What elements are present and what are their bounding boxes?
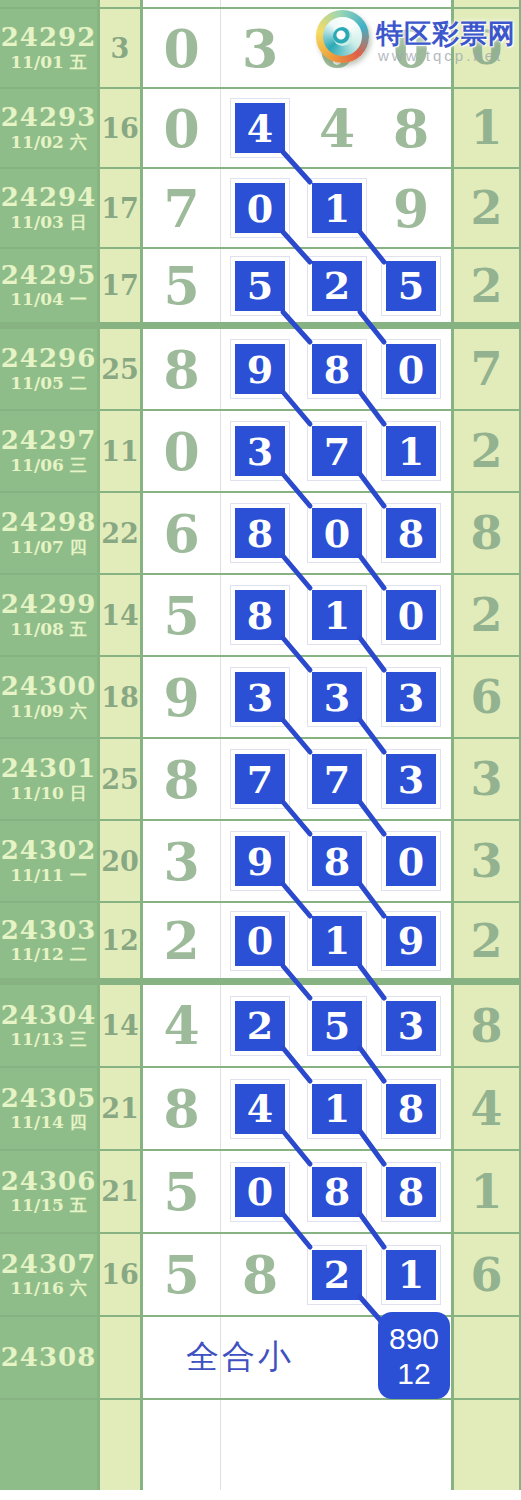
digit-2: 5 [230,249,290,322]
digit-4: 5 [381,249,441,322]
draw-row-24297: 2429711/06 三1103712 [0,411,521,493]
period-cell: 2430511/14 四 [0,1068,100,1149]
period-cell: 2429511/04 一 [0,249,100,322]
digit-2: 8 [230,575,290,655]
digit-4: 1 [381,1234,441,1315]
prediction-label: 全合小 [175,1317,305,1398]
sum-value: 3 [111,33,130,64]
sum-value: 16 [101,1259,139,1290]
period-number: 24305 [1,1085,96,1112]
empty-row [0,1400,521,1490]
sum-cell: 21 [100,1068,143,1149]
period-cell: 2430111/10 日 [0,739,100,819]
highlighted-digit: 0 [382,832,440,890]
digit-1: 8 [163,1078,199,1139]
highlighted-digit: 5 [382,257,440,315]
highlighted-digit: 2 [308,257,366,315]
draw-date: 11/04 一 [10,291,86,309]
sum-cell [100,1317,143,1398]
digit-3: 4 [307,89,367,167]
draw-row-24298: 2429811/07 四2268088 [0,493,521,575]
digit-cell-1: 3 [143,821,221,901]
edge-cell [100,0,143,7]
digit-1: 2 [163,910,199,971]
digit-2: 3 [230,9,290,87]
period-cell: 2430311/12 二 [0,903,100,978]
digit-4: 0 [381,575,441,655]
highlighted-digit: 0 [308,504,366,562]
digit-1: 0 [163,98,199,159]
draw-row-24303: 2430311/12 二1220192 [0,903,521,985]
draw-row-24293: 2429311/02 六1604481 [0,89,521,169]
period-cell: 2430611/15 五 [0,1151,100,1232]
right-digit-cell: 2 [454,249,521,322]
right-digit-cell: 8 [454,493,521,573]
digit-cell-1: 2 [143,903,221,978]
highlighted-digit: 3 [382,997,440,1055]
sum-cell: 22 [100,493,143,573]
highlighted-digit: 8 [231,504,289,562]
sum-value: 16 [101,113,139,144]
digit-cell-1: 5 [143,1234,221,1315]
period-number: 24294 [1,184,96,211]
period-number: 24293 [1,104,96,131]
highlighted-digit: 2 [308,1246,366,1304]
period-cell: 2430411/13 三 [0,985,100,1066]
draw-date: 11/03 日 [10,214,86,232]
period-cell: 24308 [0,1317,100,1398]
right-digit-cell: 2 [454,411,521,491]
highlighted-digit: 1 [382,1246,440,1304]
digits-area: 980 [221,329,454,409]
draw-date: 11/08 五 [10,621,86,639]
period-cell: 2429311/02 六 [0,89,100,167]
right-digit-cell: 4 [454,1068,521,1149]
digit-3: 3 [307,657,367,737]
digit-4: 3 [381,657,441,737]
digit-cell-1: 5 [143,249,221,322]
digits-area: 448 [221,89,454,167]
digit-cell-1: 5 [143,1151,221,1232]
draw-row-24304: 2430411/13 三1442538 [0,985,521,1068]
period-number: 24302 [1,837,96,864]
digit-3: 2 [307,249,367,322]
empty-cell [143,1400,221,1490]
right-column-digit: 1 [470,101,502,155]
prediction-box: 89012 [378,1312,450,1399]
draw-date: 11/14 四 [10,1114,86,1132]
digit-1: 4 [163,995,199,1056]
digit-2: 4 [230,1068,290,1149]
sum-value: 21 [101,1093,139,1124]
right-digit-cell: 2 [454,575,521,655]
logo-swirl-icon [316,10,369,63]
digit-2: 8 [230,1234,290,1315]
draw-row-24307: 2430711/16 六1658216 [0,1234,521,1317]
highlighted-digit: 8 [308,340,366,398]
empty-cell [100,1400,143,1490]
draw-row-24300: 2430011/09 六1893336 [0,657,521,739]
sum-value: 12 [101,925,139,956]
empty-cell [221,1400,454,1490]
site-url-watermark: www.tqcp.net [378,47,503,64]
digit-1: 5 [163,1161,199,1222]
digit-1: 3 [163,831,199,892]
draw-date: 11/16 六 [10,1280,86,1298]
right-digit-cell: 6 [454,657,521,737]
period-number: 24308 [1,1344,96,1371]
period-cell: 2430211/11 一 [0,821,100,901]
digit-2: 2 [230,985,290,1066]
highlighted-digit: 1 [308,179,366,237]
sum-cell: 20 [100,821,143,901]
sum-cell: 16 [100,1234,143,1315]
right-column-digit: 2 [470,181,502,235]
sum-cell: 25 [100,329,143,409]
period-number: 24307 [1,1251,96,1278]
digit-cell-1: 0 [143,411,221,491]
highlighted-digit: 9 [231,340,289,398]
draw-row-24296: 2429611/05 二2589807 [0,329,521,411]
digit-3: 7 [307,411,367,491]
highlighted-digit: 0 [231,179,289,237]
digit-4: 9 [381,169,441,247]
highlighted-digit: 7 [231,750,289,808]
digit-1: 8 [163,339,199,400]
highlighted-digit: 8 [382,1163,440,1221]
highlighted-digit: 5 [231,257,289,315]
highlighted-digit: 0 [231,912,289,970]
period-number: 24301 [1,755,96,782]
period-cell: 2430711/16 六 [0,1234,100,1315]
sum-value: 18 [101,682,139,713]
digits-area: 821 [221,1234,454,1315]
digit-3: 8 [307,1151,367,1232]
digit-3: 7 [307,739,367,819]
period-cell: 2429911/08 五 [0,575,100,655]
highlighted-digit: 4 [231,99,289,157]
empty-cell [454,1400,521,1490]
digit-4: 8 [381,493,441,573]
sum-cell: 21 [100,1151,143,1232]
digit-cell-1: 7 [143,169,221,247]
highlighted-digit: 9 [382,912,440,970]
digits-area: 525 [221,249,454,322]
right-column-digit: 3 [470,752,502,806]
digits-area: 019 [221,169,454,247]
digit-3: 1 [307,169,367,247]
digits-area: 418 [221,1068,454,1149]
right-digit-cell: 6 [454,1234,521,1315]
sum-cell: 12 [100,903,143,978]
digit-1: 8 [163,749,199,810]
highlighted-digit: 3 [382,668,440,726]
sum-value: 25 [101,764,139,795]
sum-value: 14 [101,600,139,631]
highlighted-digit: 1 [308,1080,366,1138]
highlighted-digit: 8 [308,832,366,890]
digit-2: 8 [230,493,290,573]
digits-area: 253 [221,985,454,1066]
highlighted-digit: 3 [231,422,289,480]
digit-4: 3 [381,739,441,819]
right-column-digit: 7 [470,342,502,396]
highlighted-digit: 4 [231,1080,289,1138]
digit-cell-1: 4 [143,985,221,1066]
lottery-trend-chart: 2429211/01 五3030002429311/02 六1604481242… [0,0,521,1500]
highlighted-digit: 7 [308,750,366,808]
digit-3: 8 [307,329,367,409]
digit-4: 0 [381,821,441,901]
right-digit-cell: 2 [454,169,521,247]
highlighted-digit: 8 [231,586,289,644]
period-number: 24296 [1,345,96,372]
digits-area: 088 [221,1151,454,1232]
digit-4: 3 [381,985,441,1066]
digit-3: 1 [307,1068,367,1149]
highlighted-digit: 3 [382,750,440,808]
highlighted-digit: 7 [308,422,366,480]
highlighted-digit: 0 [382,340,440,398]
highlighted-digit: 8 [382,504,440,562]
period-number: 24295 [1,262,96,289]
right-column-digit: 8 [470,506,502,560]
right-digit-cell: 1 [454,89,521,167]
period-cell: 2429211/01 五 [0,9,100,87]
digit-3: 2 [307,1234,367,1315]
edge-cell [143,0,221,7]
right-column-digit: 2 [470,259,502,313]
edge-cell [0,0,100,7]
right-column-digit: 6 [470,670,502,724]
digit-3: 8 [307,821,367,901]
digits-area: 371 [221,411,454,491]
digit-3: 1 [307,575,367,655]
highlighted-digit: 0 [382,586,440,644]
period-number: 24306 [1,1168,96,1195]
sum-cell: 14 [100,575,143,655]
period-number: 24292 [1,24,96,51]
digit-3: 1 [307,903,367,978]
draw-row-24294: 2429411/03 日1770192 [0,169,521,249]
draw-row-24301: 2430111/10 日2587733 [0,739,521,821]
sum-cell: 17 [100,249,143,322]
draw-date: 11/15 五 [10,1197,86,1215]
plain-digit: 3 [242,18,278,79]
sum-cell: 3 [100,9,143,87]
digit-3: 0 [307,493,367,573]
right-digit-cell: 3 [454,739,521,819]
right-column-digit: 2 [470,914,502,968]
sum-cell: 14 [100,985,143,1066]
digit-2: 3 [230,657,290,737]
digit-1: 0 [163,421,199,482]
right-column-digit: 6 [470,1248,502,1302]
sum-value: 17 [101,193,139,224]
highlighted-digit: 1 [382,422,440,480]
period-number: 24299 [1,591,96,618]
right-digit-cell: 3 [454,821,521,901]
digits-area: 773 [221,739,454,819]
period-cell: 2430011/09 六 [0,657,100,737]
digit-3: 5 [307,985,367,1066]
digit-2: 0 [230,903,290,978]
highlighted-digit: 3 [231,668,289,726]
sum-value: 21 [101,1176,139,1207]
digit-cell-1: 0 [143,89,221,167]
digit-4: 0 [381,329,441,409]
right-digit-cell: 8 [454,985,521,1066]
right-column-digit: 8 [470,999,502,1053]
sum-value: 25 [101,354,139,385]
digit-2: 7 [230,739,290,819]
draw-date: 11/12 二 [10,946,86,964]
digit-4: 8 [381,1151,441,1232]
digit-2: 9 [230,821,290,901]
plain-digit: 9 [393,178,429,239]
sum-cell: 25 [100,739,143,819]
draw-date: 11/05 二 [10,375,86,393]
sum-cell: 11 [100,411,143,491]
digit-1: 7 [163,178,199,239]
period-number: 24300 [1,673,96,700]
draw-row-24295: 2429511/04 一1755252 [0,249,521,329]
site-logo: 特区彩票网 www.tqcp.net [312,6,521,68]
period-number: 24298 [1,509,96,536]
draw-row-24299: 2429911/08 五1458102 [0,575,521,657]
right-column-digit: 3 [470,834,502,888]
draw-date: 11/01 五 [10,54,86,72]
plain-digit: 8 [242,1244,278,1305]
digit-1: 5 [163,585,199,646]
digits-area: 808 [221,493,454,573]
period-cell: 2429411/03 日 [0,169,100,247]
draw-date: 11/07 四 [10,539,86,557]
sum-value: 17 [101,270,139,301]
draw-date: 11/02 六 [10,134,86,152]
highlighted-digit: 8 [308,1163,366,1221]
sum-value: 22 [101,518,139,549]
sum-value: 11 [101,436,139,467]
plain-digit: 4 [319,98,355,159]
highlighted-digit: 1 [308,912,366,970]
digit-cell-1: 8 [143,739,221,819]
right-digit-cell: 1 [454,1151,521,1232]
highlighted-digit: 8 [382,1080,440,1138]
digits-area: 980 [221,821,454,901]
right-digit-cell [454,1317,521,1398]
draw-row-24305: 2430511/14 四2184184 [0,1068,521,1151]
digit-cell-1: 0 [143,9,221,87]
draw-row-24302: 2430211/11 一2039803 [0,821,521,903]
digit-2: 9 [230,329,290,409]
sum-value: 14 [101,1010,139,1041]
right-column-digit: 2 [470,424,502,478]
highlighted-digit: 1 [308,586,366,644]
empty-cell [0,1400,100,1490]
draw-date: 11/10 日 [10,785,86,803]
highlighted-digit: 0 [231,1163,289,1221]
highlighted-digit: 2 [231,997,289,1055]
digit-1: 5 [163,255,199,316]
digit-1: 9 [163,667,199,728]
digit-4: 9 [381,903,441,978]
digit-cell-1: 5 [143,575,221,655]
right-column-digit: 1 [470,1165,502,1219]
digits-area: 333 [221,657,454,737]
right-column-digit: 2 [470,588,502,642]
period-number: 24304 [1,1002,96,1029]
draw-row-24306: 2430611/15 五2150881 [0,1151,521,1234]
digit-4: 8 [381,89,441,167]
draw-date: 11/11 一 [10,867,86,885]
digit-4: 1 [381,411,441,491]
digit-1: 5 [163,1244,199,1305]
digit-cell-1: 6 [143,493,221,573]
period-number: 24297 [1,427,96,454]
sum-cell: 18 [100,657,143,737]
digit-cell-1: 8 [143,1068,221,1149]
digit-2: 4 [230,89,290,167]
period-cell: 2429811/07 四 [0,493,100,573]
sum-cell: 17 [100,169,143,247]
digit-2: 0 [230,169,290,247]
digit-1: 6 [163,503,199,564]
digit-2: 0 [230,1151,290,1232]
sum-value: 20 [101,846,139,877]
period-number: 24303 [1,917,96,944]
right-digit-cell: 7 [454,329,521,409]
digits-area: 019 [221,903,454,978]
draw-date: 11/06 三 [10,457,86,475]
digit-cell-1: 9 [143,657,221,737]
digit-1: 0 [163,18,199,79]
digit-2: 3 [230,411,290,491]
highlighted-digit: 3 [308,668,366,726]
highlighted-digit: 9 [231,832,289,890]
digit-4: 8 [381,1068,441,1149]
right-digit-cell: 2 [454,903,521,978]
footer-row: 2430889012全合小 [0,1317,521,1400]
plain-digit: 8 [393,98,429,159]
digits-area: 810 [221,575,454,655]
right-column-digit: 4 [470,1082,502,1136]
draw-date: 11/13 三 [10,1031,86,1049]
digit-cell-1: 8 [143,329,221,409]
period-cell: 2429711/06 三 [0,411,100,491]
draw-date: 11/09 六 [10,703,86,721]
sum-cell: 16 [100,89,143,167]
period-cell: 2429611/05 二 [0,329,100,409]
highlighted-digit: 5 [308,997,366,1055]
